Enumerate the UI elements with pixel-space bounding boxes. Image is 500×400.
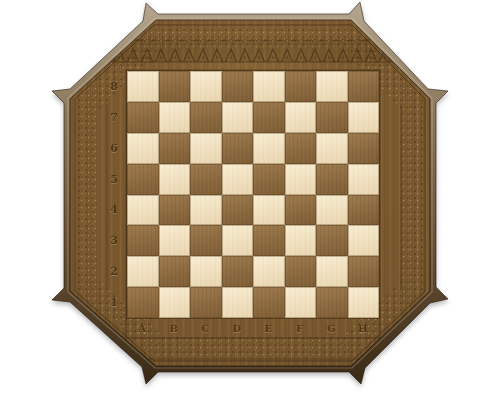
square-h2[interactable] [348,256,380,287]
square-f8[interactable] [285,71,317,102]
square-e4[interactable] [253,195,285,226]
rank-label: 6 [105,133,123,164]
square-g4[interactable] [316,195,348,226]
rank-label: 8 [105,71,123,102]
square-f4[interactable] [285,195,317,226]
square-e1[interactable] [253,287,285,318]
square-g1[interactable] [316,287,348,318]
square-h4[interactable] [348,195,380,226]
square-e2[interactable] [253,256,285,287]
square-c4[interactable] [190,195,222,226]
square-e3[interactable] [253,225,285,256]
file-labels: ABCDEFGH [127,320,379,336]
rank-label: 1 [105,287,123,318]
rank-label: 2 [105,256,123,287]
chess-board [127,71,379,318]
square-c6[interactable] [190,133,222,164]
square-g8[interactable] [316,71,348,102]
file-label: A [127,320,159,336]
product-photo: 87654321 ABCDEFGH [0,0,500,400]
square-f5[interactable] [285,164,317,195]
file-label: B [159,320,191,336]
square-b4[interactable] [159,195,191,226]
square-g2[interactable] [316,256,348,287]
rank-label: 5 [105,164,123,195]
square-e7[interactable] [253,102,285,133]
square-a5[interactable] [127,164,159,195]
square-g3[interactable] [316,225,348,256]
square-f2[interactable] [285,256,317,287]
square-f6[interactable] [285,133,317,164]
square-c5[interactable] [190,164,222,195]
rank-labels: 87654321 [105,71,123,318]
square-c3[interactable] [190,225,222,256]
square-e8[interactable] [253,71,285,102]
square-h7[interactable] [348,102,380,133]
square-d1[interactable] [222,287,254,318]
file-label: F [285,320,317,336]
square-g5[interactable] [316,164,348,195]
square-a2[interactable] [127,256,159,287]
square-a3[interactable] [127,225,159,256]
square-d6[interactable] [222,133,254,164]
square-b8[interactable] [159,71,191,102]
rank-label: 7 [105,102,123,133]
square-b6[interactable] [159,133,191,164]
square-f7[interactable] [285,102,317,133]
square-a4[interactable] [127,195,159,226]
rank-label: 4 [105,195,123,226]
square-g6[interactable] [316,133,348,164]
square-h5[interactable] [348,164,380,195]
square-d4[interactable] [222,195,254,226]
square-g7[interactable] [316,102,348,133]
square-b7[interactable] [159,102,191,133]
square-c8[interactable] [190,71,222,102]
square-c1[interactable] [190,287,222,318]
square-d7[interactable] [222,102,254,133]
square-c2[interactable] [190,256,222,287]
square-b2[interactable] [159,256,191,287]
file-label: G [316,320,348,336]
square-c7[interactable] [190,102,222,133]
rank-label: 3 [105,225,123,256]
square-b1[interactable] [159,287,191,318]
file-label: D [222,320,254,336]
square-d8[interactable] [222,71,254,102]
square-h8[interactable] [348,71,380,102]
square-e5[interactable] [253,164,285,195]
square-h6[interactable] [348,133,380,164]
file-label: E [253,320,285,336]
square-a7[interactable] [127,102,159,133]
square-a8[interactable] [127,71,159,102]
square-f1[interactable] [285,287,317,318]
square-a6[interactable] [127,133,159,164]
square-h1[interactable] [348,287,380,318]
square-d3[interactable] [222,225,254,256]
file-label: C [190,320,222,336]
square-a1[interactable] [127,287,159,318]
file-label: H [348,320,380,336]
square-d5[interactable] [222,164,254,195]
square-h3[interactable] [348,225,380,256]
square-b5[interactable] [159,164,191,195]
square-d2[interactable] [222,256,254,287]
square-e6[interactable] [253,133,285,164]
square-f3[interactable] [285,225,317,256]
square-b3[interactable] [159,225,191,256]
